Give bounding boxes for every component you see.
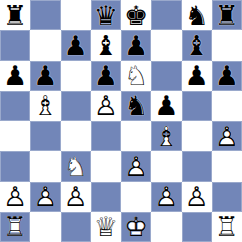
square-a6[interactable]: ♟ bbox=[0, 61, 30, 91]
black-knight-piece[interactable]: ♞ bbox=[182, 0, 212, 30]
black-pawn-piece[interactable]: ♟ bbox=[61, 30, 91, 60]
square-b1[interactable] bbox=[30, 212, 60, 242]
square-f2[interactable]: ♟♙ bbox=[151, 182, 181, 212]
square-g5[interactable] bbox=[182, 91, 212, 121]
square-b5[interactable]: ♝♗ bbox=[30, 91, 60, 121]
square-e1[interactable]: ♚♔ bbox=[121, 212, 151, 242]
piece-outline-layer: ♗ bbox=[30, 91, 60, 121]
white-bishop-piece[interactable]: ♝♗ bbox=[30, 91, 60, 121]
square-b4[interactable] bbox=[30, 121, 60, 151]
square-c1[interactable] bbox=[61, 212, 91, 242]
white-queen-piece[interactable]: ♛♕ bbox=[91, 212, 121, 242]
white-knight-piece[interactable]: ♞♘ bbox=[121, 61, 151, 91]
square-c7[interactable]: ♟ bbox=[61, 30, 91, 60]
square-f4[interactable]: ♝♗ bbox=[151, 121, 181, 151]
piece-outline-layer: ♔ bbox=[121, 212, 151, 242]
square-g4[interactable] bbox=[182, 121, 212, 151]
piece-outline-layer: ♘ bbox=[121, 61, 151, 91]
square-a4[interactable] bbox=[0, 121, 30, 151]
square-c2[interactable]: ♟♙ bbox=[61, 182, 91, 212]
black-bishop-piece[interactable]: ♝ bbox=[91, 30, 121, 60]
square-g1[interactable] bbox=[182, 212, 212, 242]
white-pawn-piece[interactable]: ♟♙ bbox=[30, 182, 60, 212]
black-rook-piece[interactable]: ♜ bbox=[0, 0, 30, 30]
piece-outline-layer: ♙ bbox=[0, 182, 30, 212]
square-f1[interactable] bbox=[151, 212, 181, 242]
white-pawn-piece[interactable]: ♟♙ bbox=[121, 151, 151, 181]
square-h7[interactable] bbox=[212, 30, 242, 60]
square-f8[interactable] bbox=[151, 0, 181, 30]
piece-outline-layer: ♕ bbox=[91, 212, 121, 242]
square-f3[interactable] bbox=[151, 151, 181, 181]
piece-outline-layer: ♙ bbox=[151, 182, 181, 212]
square-c5[interactable] bbox=[61, 91, 91, 121]
black-rook-piece[interactable]: ♜ bbox=[212, 0, 242, 30]
square-d7[interactable]: ♝ bbox=[91, 30, 121, 60]
square-a5[interactable] bbox=[0, 91, 30, 121]
white-pawn-piece[interactable]: ♟♙ bbox=[151, 182, 181, 212]
piece-outline-layer: ♖ bbox=[0, 212, 30, 242]
square-d1[interactable]: ♛♕ bbox=[91, 212, 121, 242]
square-e4[interactable] bbox=[121, 121, 151, 151]
white-knight-piece[interactable]: ♞♘ bbox=[61, 151, 91, 181]
square-g8[interactable]: ♞ bbox=[182, 0, 212, 30]
white-rook-piece[interactable]: ♜♖ bbox=[212, 212, 242, 242]
white-pawn-piece[interactable]: ♟♙ bbox=[0, 182, 30, 212]
square-h6[interactable]: ♟ bbox=[212, 61, 242, 91]
white-pawn-piece[interactable]: ♟♙ bbox=[91, 91, 121, 121]
square-h2[interactable] bbox=[212, 182, 242, 212]
black-knight-piece[interactable]: ♞ bbox=[121, 91, 151, 121]
square-h3[interactable] bbox=[212, 151, 242, 181]
square-e6[interactable]: ♞♘ bbox=[121, 61, 151, 91]
black-pawn-piece[interactable]: ♟ bbox=[0, 61, 30, 91]
square-f7[interactable] bbox=[151, 30, 181, 60]
square-b7[interactable] bbox=[30, 30, 60, 60]
black-bishop-piece[interactable]: ♝ bbox=[182, 30, 212, 60]
black-pawn-piece[interactable]: ♟ bbox=[151, 91, 181, 121]
square-g7[interactable]: ♝ bbox=[182, 30, 212, 60]
black-pawn-piece[interactable]: ♟ bbox=[121, 30, 151, 60]
square-c3[interactable]: ♞♘ bbox=[61, 151, 91, 181]
square-b2[interactable]: ♟♙ bbox=[30, 182, 60, 212]
square-e5[interactable]: ♞ bbox=[121, 91, 151, 121]
piece-outline-layer: ♗ bbox=[151, 121, 181, 151]
black-pawn-piece[interactable]: ♟ bbox=[182, 61, 212, 91]
piece-outline-layer: ♖ bbox=[212, 212, 242, 242]
piece-outline-layer: ♙ bbox=[91, 91, 121, 121]
square-g3[interactable] bbox=[182, 151, 212, 181]
square-d3[interactable] bbox=[91, 151, 121, 181]
piece-outline-layer: ♙ bbox=[61, 182, 91, 212]
square-h5[interactable] bbox=[212, 91, 242, 121]
square-f5[interactable]: ♟ bbox=[151, 91, 181, 121]
square-b6[interactable]: ♟ bbox=[30, 61, 60, 91]
square-d5[interactable]: ♟♙ bbox=[91, 91, 121, 121]
white-pawn-piece[interactable]: ♟♙ bbox=[61, 182, 91, 212]
white-pawn-piece[interactable]: ♟♙ bbox=[212, 121, 242, 151]
square-c4[interactable] bbox=[61, 121, 91, 151]
square-a2[interactable]: ♟♙ bbox=[0, 182, 30, 212]
square-d8[interactable]: ♛ bbox=[91, 0, 121, 30]
square-a1[interactable]: ♜♖ bbox=[0, 212, 30, 242]
piece-outline-layer: ♙ bbox=[30, 182, 60, 212]
black-king-piece[interactable]: ♚ bbox=[121, 0, 151, 30]
black-pawn-piece[interactable]: ♟ bbox=[30, 61, 60, 91]
square-c8[interactable] bbox=[61, 0, 91, 30]
square-h1[interactable]: ♜♖ bbox=[212, 212, 242, 242]
square-g2[interactable]: ♟♙ bbox=[182, 182, 212, 212]
white-bishop-piece[interactable]: ♝♗ bbox=[151, 121, 181, 151]
square-d6[interactable]: ♟ bbox=[91, 61, 121, 91]
white-rook-piece[interactable]: ♜♖ bbox=[0, 212, 30, 242]
white-king-piece[interactable]: ♚♔ bbox=[121, 212, 151, 242]
chess-board: ♜♛♚♞♜♟♝♟♝♟♟♟♞♘♟♟♝♗♟♙♞♟♝♗♟♙♞♘♟♙♟♙♟♙♟♙♟♙♟♙… bbox=[0, 0, 242, 242]
black-queen-piece[interactable]: ♛ bbox=[91, 0, 121, 30]
square-d4[interactable] bbox=[91, 121, 121, 151]
square-e7[interactable]: ♟ bbox=[121, 30, 151, 60]
square-h8[interactable]: ♜ bbox=[212, 0, 242, 30]
square-b3[interactable] bbox=[30, 151, 60, 181]
square-e2[interactable] bbox=[121, 182, 151, 212]
piece-outline-layer: ♘ bbox=[61, 151, 91, 181]
square-a7[interactable] bbox=[0, 30, 30, 60]
square-a8[interactable]: ♜ bbox=[0, 0, 30, 30]
black-pawn-piece[interactable]: ♟ bbox=[91, 61, 121, 91]
square-h4[interactable]: ♟♙ bbox=[212, 121, 242, 151]
square-g6[interactable]: ♟ bbox=[182, 61, 212, 91]
square-a3[interactable] bbox=[0, 151, 30, 181]
piece-outline-layer: ♙ bbox=[121, 151, 151, 181]
black-pawn-piece[interactable]: ♟ bbox=[212, 61, 242, 91]
piece-outline-layer: ♙ bbox=[212, 121, 242, 151]
square-b8[interactable] bbox=[30, 0, 60, 30]
square-c6[interactable] bbox=[61, 61, 91, 91]
square-d2[interactable] bbox=[91, 182, 121, 212]
white-pawn-piece[interactable]: ♟♙ bbox=[182, 182, 212, 212]
piece-outline-layer: ♙ bbox=[182, 182, 212, 212]
square-e8[interactable]: ♚ bbox=[121, 0, 151, 30]
square-e3[interactable]: ♟♙ bbox=[121, 151, 151, 181]
square-f6[interactable] bbox=[151, 61, 181, 91]
